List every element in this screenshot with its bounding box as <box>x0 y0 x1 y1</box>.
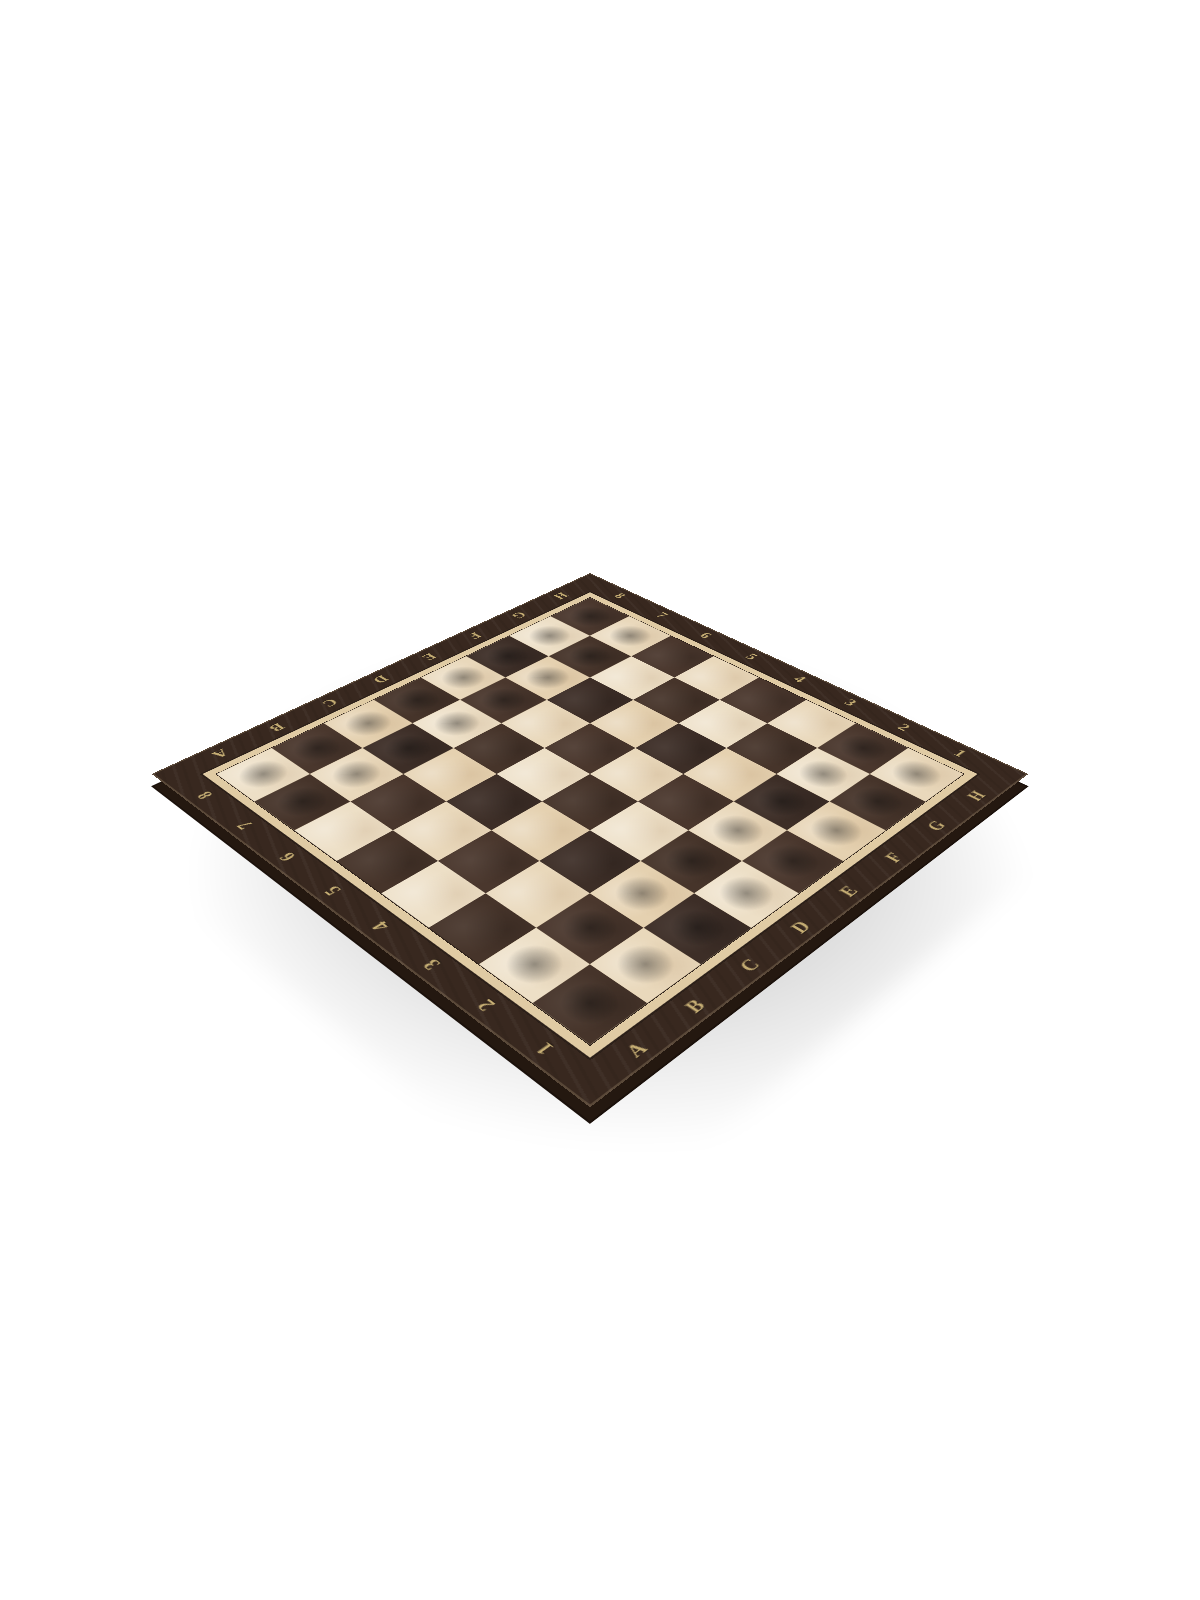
black-pawn-icon: ♟ <box>278 749 328 802</box>
black-pawn-icon: ♟ <box>526 631 570 677</box>
black-pawn-icon: ♟ <box>569 611 612 656</box>
chess-board: ABCDEFGH ABCDEFGH 87654321 87654321 ♜♞♝♛… <box>152 573 1029 1107</box>
black-pawn-icon: ♟ <box>481 652 526 700</box>
black-pawn-icon: ♟ <box>609 591 651 635</box>
black-pawn-icon: ♟ <box>434 675 480 724</box>
product-photo-stage: ABCDEFGH ABCDEFGH 87654321 87654321 ♜♞♝♛… <box>0 0 1200 1600</box>
black-pawn-icon: ♟ <box>385 698 432 748</box>
black-pawn-icon: ♟ <box>332 723 380 774</box>
white-rook-icon: ♜ <box>554 926 627 1003</box>
board-scene: ABCDEFGH ABCDEFGH 87654321 87654321 ♜♞♝♛… <box>152 573 1029 1107</box>
